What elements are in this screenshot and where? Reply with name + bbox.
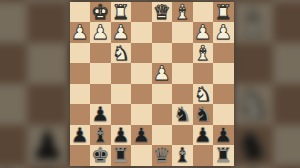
piece-white-knight: ♞ bbox=[112, 43, 130, 64]
piece-white-knight: ♞ bbox=[194, 84, 212, 105]
square-c1[interactable]: ♝ bbox=[172, 2, 193, 23]
square-b3: ♝ bbox=[232, 2, 273, 43]
square-h4[interactable] bbox=[70, 63, 91, 84]
piece-black-pawn: ♟ bbox=[71, 125, 89, 146]
piece-black-pawn: ♟ bbox=[132, 125, 150, 146]
square-c8[interactable]: ♝ bbox=[172, 145, 193, 166]
square-d6[interactable] bbox=[152, 104, 173, 125]
square-e8[interactable] bbox=[131, 145, 152, 166]
square-h6 bbox=[0, 125, 27, 166]
square-h5[interactable] bbox=[70, 84, 91, 105]
square-g3[interactable] bbox=[90, 43, 111, 64]
square-e6[interactable] bbox=[131, 104, 152, 125]
square-c7[interactable] bbox=[172, 125, 193, 146]
square-d5[interactable] bbox=[152, 84, 173, 105]
piece-black-king: ♚ bbox=[91, 145, 109, 166]
square-g5 bbox=[27, 84, 68, 125]
square-f2[interactable]: ♟ bbox=[111, 22, 132, 43]
square-b6: ♞ bbox=[232, 125, 273, 166]
square-h4 bbox=[0, 43, 27, 84]
piece-white-knight: ♞ bbox=[234, 84, 270, 125]
square-b7[interactable]: ♟ bbox=[193, 125, 214, 146]
square-f7[interactable]: ♟ bbox=[111, 125, 132, 146]
square-f3[interactable]: ♞ bbox=[111, 43, 132, 64]
square-e2[interactable] bbox=[131, 22, 152, 43]
square-a8[interactable]: ♜ bbox=[213, 145, 234, 166]
square-b1[interactable] bbox=[193, 2, 214, 23]
piece-black-bishop: ♝ bbox=[173, 145, 191, 166]
piece-black-pawn: ♟ bbox=[112, 125, 130, 146]
piece-white-pawn: ♟ bbox=[194, 22, 212, 43]
square-e4[interactable] bbox=[131, 63, 152, 84]
square-h1[interactable] bbox=[70, 2, 91, 23]
piece-black-knight: ♞ bbox=[194, 104, 212, 125]
square-a7[interactable]: ♟ bbox=[213, 125, 234, 146]
square-b8[interactable] bbox=[193, 145, 214, 166]
square-c3[interactable] bbox=[172, 43, 193, 64]
square-a4[interactable] bbox=[213, 63, 234, 84]
square-a3[interactable] bbox=[213, 43, 234, 64]
square-a7: ♟ bbox=[273, 166, 300, 168]
piece-black-pawn: ♟ bbox=[214, 125, 232, 146]
square-c4[interactable] bbox=[172, 63, 193, 84]
square-g7: ♝ bbox=[27, 166, 68, 168]
piece-white-bishop: ♝ bbox=[234, 2, 270, 43]
piece-black-knight: ♞ bbox=[234, 125, 270, 166]
piece-white-rook: ♜ bbox=[214, 2, 232, 23]
piece-white-pawn: ♟ bbox=[153, 63, 171, 84]
video-frame: ♚♜♛♝♜♟♟♟♟♟♞♝♟♞♟♞♞♟♝♟♟♟♟♚♜♛♝♜ ♚♜♛♝♜♟♟♟♟♟♞… bbox=[0, 0, 300, 168]
piece-black-pawn: ♟ bbox=[29, 125, 65, 166]
square-e5[interactable] bbox=[131, 84, 152, 105]
piece-white-pawn: ♟ bbox=[112, 22, 130, 43]
piece-black-pawn: ♟ bbox=[91, 104, 109, 125]
square-g6: ♟ bbox=[27, 125, 68, 166]
square-g7[interactable]: ♝ bbox=[90, 125, 111, 146]
square-b7: ♟ bbox=[232, 166, 273, 168]
square-a3 bbox=[273, 2, 300, 43]
square-f6[interactable] bbox=[111, 104, 132, 125]
square-g4[interactable] bbox=[90, 63, 111, 84]
square-g4 bbox=[27, 43, 68, 84]
square-e3[interactable] bbox=[131, 43, 152, 64]
piece-black-queen: ♛ bbox=[153, 145, 171, 166]
piece-white-pawn: ♟ bbox=[91, 22, 109, 43]
square-f1[interactable]: ♜ bbox=[111, 2, 132, 23]
square-g5[interactable] bbox=[90, 84, 111, 105]
square-h3 bbox=[0, 2, 27, 43]
square-g2[interactable]: ♟ bbox=[90, 22, 111, 43]
square-f8[interactable]: ♜ bbox=[111, 145, 132, 166]
chess-board[interactable]: ♚♜♛♝♜♟♟♟♟♟♞♝♟♞♟♞♞♟♝♟♟♟♟♚♜♛♝♜ bbox=[70, 2, 234, 166]
square-d4[interactable]: ♟ bbox=[152, 63, 173, 84]
piece-black-pawn: ♟ bbox=[194, 125, 212, 146]
square-b5[interactable]: ♞ bbox=[193, 84, 214, 105]
square-a4 bbox=[273, 43, 300, 84]
square-a5 bbox=[273, 84, 300, 125]
square-f5[interactable] bbox=[111, 84, 132, 105]
piece-white-bishop: ♝ bbox=[173, 2, 191, 23]
piece-black-rook: ♜ bbox=[214, 145, 232, 166]
square-d3[interactable] bbox=[152, 43, 173, 64]
piece-white-queen: ♛ bbox=[153, 2, 171, 23]
square-h5 bbox=[0, 84, 27, 125]
piece-white-king: ♚ bbox=[91, 2, 109, 23]
square-c5[interactable] bbox=[172, 84, 193, 105]
square-c6[interactable]: ♞ bbox=[172, 104, 193, 125]
square-e7[interactable]: ♟ bbox=[131, 125, 152, 146]
piece-black-pawn: ♟ bbox=[0, 166, 25, 168]
square-h7: ♟ bbox=[0, 166, 27, 168]
square-d8[interactable]: ♛ bbox=[152, 145, 173, 166]
square-d2[interactable] bbox=[152, 22, 173, 43]
square-g8[interactable]: ♚ bbox=[90, 145, 111, 166]
square-c2[interactable] bbox=[172, 22, 193, 43]
square-g6[interactable]: ♟ bbox=[90, 104, 111, 125]
piece-white-pawn: ♟ bbox=[214, 22, 232, 43]
piece-white-pawn: ♟ bbox=[71, 22, 89, 43]
square-d1[interactable]: ♛ bbox=[152, 2, 173, 23]
square-b3[interactable]: ♝ bbox=[193, 43, 214, 64]
piece-black-pawn: ♟ bbox=[275, 166, 300, 168]
square-a6[interactable] bbox=[213, 104, 234, 125]
piece-black-rook: ♜ bbox=[112, 145, 130, 166]
piece-black-knight: ♞ bbox=[173, 104, 191, 125]
square-d7[interactable] bbox=[152, 125, 173, 146]
square-b4 bbox=[232, 43, 273, 84]
square-a1[interactable]: ♜ bbox=[213, 2, 234, 23]
square-a5[interactable] bbox=[213, 84, 234, 105]
square-h8[interactable] bbox=[70, 145, 91, 166]
square-b6[interactable]: ♞ bbox=[193, 104, 214, 125]
square-b5: ♞ bbox=[232, 84, 273, 125]
square-a2[interactable]: ♟ bbox=[213, 22, 234, 43]
square-h6[interactable] bbox=[70, 104, 91, 125]
square-b4[interactable] bbox=[193, 63, 214, 84]
square-g1[interactable]: ♚ bbox=[90, 2, 111, 23]
square-f4[interactable] bbox=[111, 63, 132, 84]
square-a6 bbox=[273, 125, 300, 166]
square-h3[interactable] bbox=[70, 43, 91, 64]
piece-white-rook: ♜ bbox=[112, 2, 130, 23]
square-h7[interactable]: ♟ bbox=[70, 125, 91, 146]
square-e1[interactable] bbox=[131, 2, 152, 23]
square-h2[interactable]: ♟ bbox=[70, 22, 91, 43]
piece-black-pawn: ♟ bbox=[234, 166, 270, 168]
square-b2[interactable]: ♟ bbox=[193, 22, 214, 43]
piece-white-bishop: ♝ bbox=[194, 43, 212, 64]
square-g3 bbox=[27, 2, 68, 43]
piece-black-bishop: ♝ bbox=[91, 125, 109, 146]
piece-black-bishop: ♝ bbox=[29, 166, 65, 168]
